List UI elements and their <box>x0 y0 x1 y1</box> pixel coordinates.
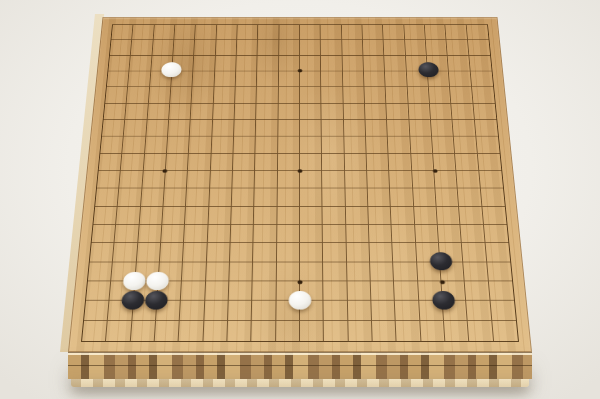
board-overlay <box>81 24 519 341</box>
stone-white-c4[interactable] <box>122 272 146 290</box>
stone-white-d4[interactable] <box>146 272 169 290</box>
star-point <box>298 69 302 72</box>
stone-white-d16[interactable] <box>161 63 182 78</box>
stone-black-q16[interactable] <box>418 63 439 78</box>
star-point <box>432 169 437 173</box>
stone-black-q5[interactable] <box>429 253 452 271</box>
board-base-edge <box>71 379 529 387</box>
star-point <box>440 280 445 284</box>
photo-scene <box>0 0 600 399</box>
stone-black-c3[interactable] <box>121 291 145 310</box>
board-front-edge <box>68 352 532 379</box>
stone-black-d3[interactable] <box>145 291 169 310</box>
star-point <box>298 280 303 284</box>
stone-black-q3[interactable] <box>431 291 455 310</box>
star-point <box>163 169 168 173</box>
star-point <box>298 169 303 173</box>
stone-white-k3[interactable] <box>289 291 312 310</box>
go-board[interactable] <box>68 17 532 352</box>
